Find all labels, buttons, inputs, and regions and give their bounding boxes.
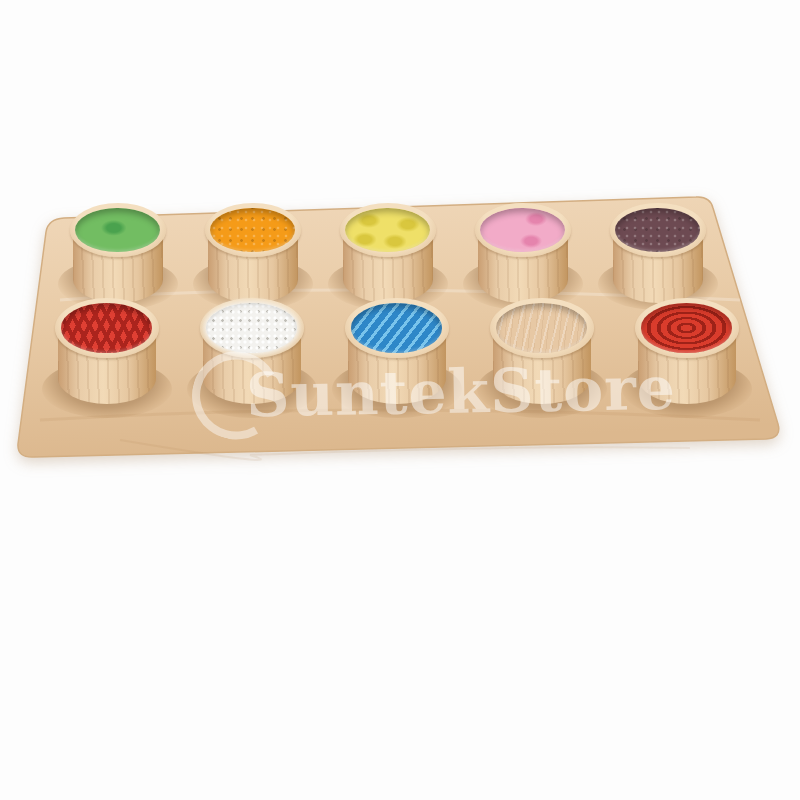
texture-face-brown-grit (615, 208, 699, 252)
cylinder-wood-rim (200, 298, 304, 358)
cylinder-wood-rim (345, 298, 449, 358)
cell-r0c4 (590, 200, 725, 303)
texture-face-blue-ridges (351, 303, 443, 352)
cylinder-wood-rim (490, 298, 594, 358)
cylinder-wood-rim (475, 203, 571, 257)
cylinder-pink-two-dots[interactable] (475, 203, 571, 303)
grid-row-bottom (34, 298, 770, 450)
product-photo-scene: SuntekStore (0, 0, 800, 800)
texture-face-red-rings (641, 303, 733, 352)
texture-face-orange-grit (210, 208, 294, 252)
cylinder-plain-wood[interactable] (490, 298, 594, 404)
sensory-cylinder-grid (40, 200, 770, 450)
texture-face-pink-two-dots (480, 208, 564, 252)
cell-r1c0 (34, 298, 179, 450)
cylinder-wood-rim (610, 203, 706, 257)
texture-face-red-zigzag (61, 303, 153, 352)
texture-face-white-fleece (206, 303, 298, 352)
cylinder-red-zigzag[interactable] (55, 298, 159, 404)
cell-r0c2 (320, 200, 455, 303)
cylinder-orange-grit[interactable] (205, 203, 301, 303)
cylinder-wood-rim (340, 203, 436, 257)
cylinder-blue-ridges[interactable] (345, 298, 449, 404)
cylinder-yellow-four-dots[interactable] (340, 203, 436, 303)
cylinder-green-dot[interactable] (70, 203, 166, 303)
cylinder-brown-grit[interactable] (610, 203, 706, 303)
cylinder-wood-rim (55, 298, 159, 358)
cylinder-white-fleece[interactable] (200, 298, 304, 404)
grid-row-top (50, 200, 770, 298)
cell-r0c0 (50, 200, 185, 303)
cell-r0c1 (185, 200, 320, 303)
cell-r1c3 (469, 298, 614, 450)
cylinder-red-rings[interactable] (635, 298, 739, 404)
texture-face-yellow-four-dots (345, 208, 429, 252)
cylinder-wood-rim (635, 298, 739, 358)
cell-r1c4 (614, 298, 759, 450)
cell-r1c1 (179, 298, 324, 450)
cylinder-wood-rim (205, 203, 301, 257)
texture-face-plain-wood (496, 303, 588, 352)
cylinder-wood-rim (70, 203, 166, 257)
texture-face-green-dot (75, 208, 159, 252)
cell-r1c2 (324, 298, 469, 450)
cell-r0c3 (455, 200, 590, 303)
